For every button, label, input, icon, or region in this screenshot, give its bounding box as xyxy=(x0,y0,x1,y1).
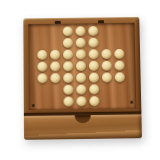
box-front-panel xyxy=(24,114,142,139)
hole-r5c3[interactable] xyxy=(62,72,75,84)
hole-r4c2[interactable] xyxy=(49,60,62,72)
hole-r6c4[interactable] xyxy=(75,84,88,96)
board-grid xyxy=(36,25,127,108)
corner-pin-dot-right xyxy=(130,101,133,104)
hole-r6c1 xyxy=(37,84,50,96)
photo-scene xyxy=(0,0,160,160)
peg-ball[interactable] xyxy=(76,61,86,71)
hole-r5c5[interactable] xyxy=(88,72,101,84)
hole-r4c5[interactable] xyxy=(88,60,101,72)
hole-r4c3[interactable] xyxy=(62,60,75,72)
hole-r2c4[interactable] xyxy=(75,37,88,49)
peg-ball[interactable] xyxy=(89,84,99,94)
hole-r1c6 xyxy=(100,25,113,37)
peg-ball[interactable] xyxy=(50,50,60,60)
peg-ball[interactable] xyxy=(76,26,86,36)
peg-ball[interactable] xyxy=(88,38,98,48)
hole-r6c7 xyxy=(114,83,127,95)
solitaire-board-surface xyxy=(28,23,136,110)
hole-r5c1[interactable] xyxy=(37,72,50,84)
peg-ball[interactable] xyxy=(37,62,47,72)
hole-r1c5[interactable] xyxy=(87,25,100,37)
hole-r1c2 xyxy=(49,26,62,38)
peg-ball[interactable] xyxy=(89,96,99,106)
peg-ball[interactable] xyxy=(63,61,73,71)
hole-r5c6[interactable] xyxy=(101,71,114,83)
peg-ball[interactable] xyxy=(76,49,86,59)
hole-r7c2 xyxy=(50,96,63,108)
peg-ball[interactable] xyxy=(89,49,99,59)
peg-ball[interactable] xyxy=(76,73,86,83)
hole-r2c6 xyxy=(100,37,113,49)
hole-r6c2 xyxy=(49,84,62,96)
peg-ball[interactable] xyxy=(88,26,98,36)
hole-r5c7[interactable] xyxy=(114,71,127,83)
hole-r1c3[interactable] xyxy=(62,25,75,37)
peg-ball[interactable] xyxy=(38,73,48,83)
hole-r7c7 xyxy=(114,95,127,107)
peg-ball[interactable] xyxy=(37,50,47,60)
peg-ball[interactable] xyxy=(63,50,73,60)
hole-r4c7[interactable] xyxy=(114,60,127,72)
hole-r4c1[interactable] xyxy=(36,61,49,73)
peg-ball[interactable] xyxy=(115,61,125,71)
hole-r3c7[interactable] xyxy=(113,48,126,60)
peg-ball[interactable] xyxy=(63,26,73,36)
hole-r2c3[interactable] xyxy=(62,37,75,49)
hole-r3c6[interactable] xyxy=(100,48,113,60)
lid-finger-notch xyxy=(75,115,91,123)
hole-r1c7 xyxy=(113,25,126,37)
wooden-solitaire-box xyxy=(23,17,142,140)
peg-ball[interactable] xyxy=(63,85,73,95)
peg-ball[interactable] xyxy=(50,62,60,72)
peg-ball[interactable] xyxy=(50,73,60,83)
peg-ball[interactable] xyxy=(89,73,99,83)
peg-ball[interactable] xyxy=(101,49,111,59)
hole-r2c1 xyxy=(36,37,49,49)
hole-r3c5[interactable] xyxy=(88,48,101,60)
peg-ball[interactable] xyxy=(76,96,86,106)
peg-ball[interactable] xyxy=(114,49,124,59)
hole-r4c4[interactable] xyxy=(75,60,88,72)
hole-r5c2[interactable] xyxy=(49,72,62,84)
peg-ball[interactable] xyxy=(115,72,125,82)
hole-r1c1 xyxy=(36,26,49,38)
hole-r4c6[interactable] xyxy=(101,60,114,72)
hole-r6c3[interactable] xyxy=(62,84,75,96)
hole-r5c4[interactable] xyxy=(75,72,88,84)
peg-ball[interactable] xyxy=(76,85,86,95)
peg-ball[interactable] xyxy=(76,38,86,48)
peg-ball[interactable] xyxy=(63,38,73,48)
hole-r3c3[interactable] xyxy=(62,49,75,61)
hole-r7c4[interactable] xyxy=(75,95,88,107)
hole-r7c3[interactable] xyxy=(63,96,76,108)
hole-r1c4[interactable] xyxy=(75,25,88,37)
peg-ball[interactable] xyxy=(102,72,112,82)
hole-r2c7 xyxy=(113,36,126,48)
hole-r3c4[interactable] xyxy=(75,48,88,60)
hole-r6c6 xyxy=(101,83,114,95)
hole-r3c1[interactable] xyxy=(36,49,49,61)
hole-r7c5[interactable] xyxy=(88,95,101,107)
peg-ball[interactable] xyxy=(89,61,99,71)
box-top-rim xyxy=(23,17,141,115)
hole-r2c5[interactable] xyxy=(87,37,100,49)
hole-r7c6 xyxy=(101,95,114,107)
peg-ball[interactable] xyxy=(63,73,73,83)
peg-ball[interactable] xyxy=(64,97,74,107)
hole-r7c1 xyxy=(37,96,50,108)
peg-ball[interactable] xyxy=(102,61,112,71)
hole-r6c5[interactable] xyxy=(88,83,101,95)
hole-r2c2 xyxy=(49,37,62,49)
corner-pin-dot-left xyxy=(32,104,35,107)
hole-r3c2[interactable] xyxy=(49,49,62,61)
